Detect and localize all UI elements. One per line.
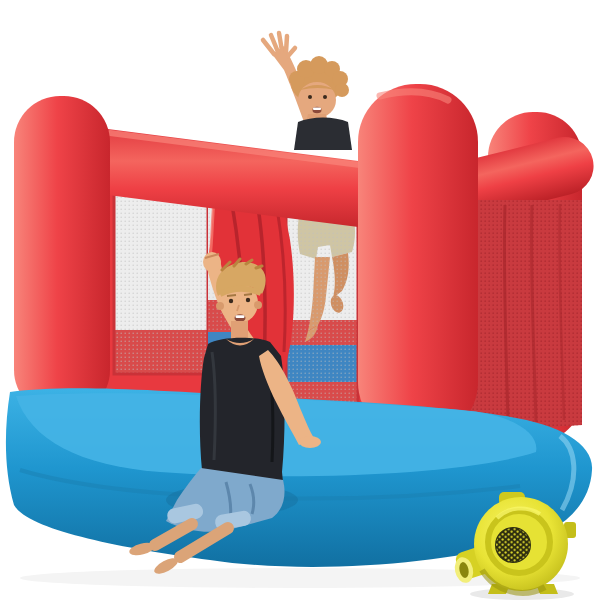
scene-canvas xyxy=(0,0,600,600)
front-left-mesh-window xyxy=(114,186,208,374)
jumping-boy-vest-top xyxy=(294,118,352,151)
product-photo-bounce-house xyxy=(0,0,600,600)
resting-hand xyxy=(299,436,321,448)
sitting-boy-neck xyxy=(231,321,248,339)
front-right-post xyxy=(358,84,478,440)
front-right-mesh-window xyxy=(286,193,358,415)
front-left-post xyxy=(14,96,110,416)
right-mesh-wall xyxy=(468,200,582,432)
grille-holes xyxy=(496,528,530,562)
